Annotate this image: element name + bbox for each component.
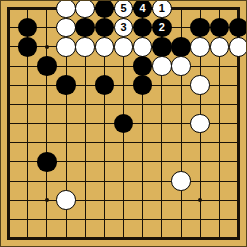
move-number-stone: 2	[152, 18, 171, 37]
stone-white	[210, 37, 229, 56]
stone-white	[75, 0, 94, 18]
stone-white	[56, 37, 75, 56]
move-number-label: 1	[159, 3, 165, 14]
stone-black	[18, 18, 37, 37]
grid-line	[7, 142, 240, 143]
move-number-stone: 4	[133, 0, 152, 18]
stone-black	[18, 37, 37, 56]
stone-white	[56, 0, 75, 18]
stone-white	[190, 75, 209, 94]
stone-black	[210, 18, 229, 37]
stone-white	[190, 37, 209, 56]
stone-white	[171, 56, 190, 75]
move-number-label: 3	[120, 22, 126, 33]
go-board-diagram: 54132	[0, 0, 247, 247]
stone-black	[171, 37, 190, 56]
stone-white	[56, 190, 75, 209]
stone-black	[133, 18, 152, 37]
move-number-stone: 1	[152, 0, 171, 18]
stone-white	[56, 18, 75, 37]
stone-black	[152, 37, 171, 56]
stone-black	[75, 18, 94, 37]
star-point	[198, 198, 203, 203]
stone-black	[190, 18, 209, 37]
stone-white	[190, 114, 209, 133]
stone-black	[37, 152, 56, 171]
stone-white	[152, 56, 171, 75]
star-point	[45, 198, 50, 203]
move-number-label: 4	[140, 3, 146, 14]
stone-white	[95, 37, 114, 56]
stone-white	[133, 37, 152, 56]
go-board[interactable]: 54132	[0, 0, 247, 247]
grid-line	[7, 237, 240, 240]
star-point	[45, 45, 50, 50]
stone-black	[56, 75, 75, 94]
stone-black	[95, 18, 114, 37]
move-number-stone: 3	[114, 18, 133, 37]
stone-black	[95, 75, 114, 94]
stone-black	[114, 114, 133, 133]
grid-line	[7, 200, 240, 201]
grid-line	[7, 219, 240, 220]
stone-black	[229, 18, 247, 37]
stone-white	[114, 37, 133, 56]
stone-white	[75, 37, 94, 56]
stone-white	[229, 37, 247, 56]
move-number-stone: 5	[114, 0, 133, 18]
stone-black	[133, 56, 152, 75]
move-number-label: 2	[159, 22, 165, 33]
stone-black	[133, 75, 152, 94]
grid-line	[7, 181, 240, 182]
stone-white	[171, 171, 190, 190]
stone-black	[37, 56, 56, 75]
move-number-label: 5	[120, 3, 126, 14]
stone-black	[95, 0, 114, 18]
